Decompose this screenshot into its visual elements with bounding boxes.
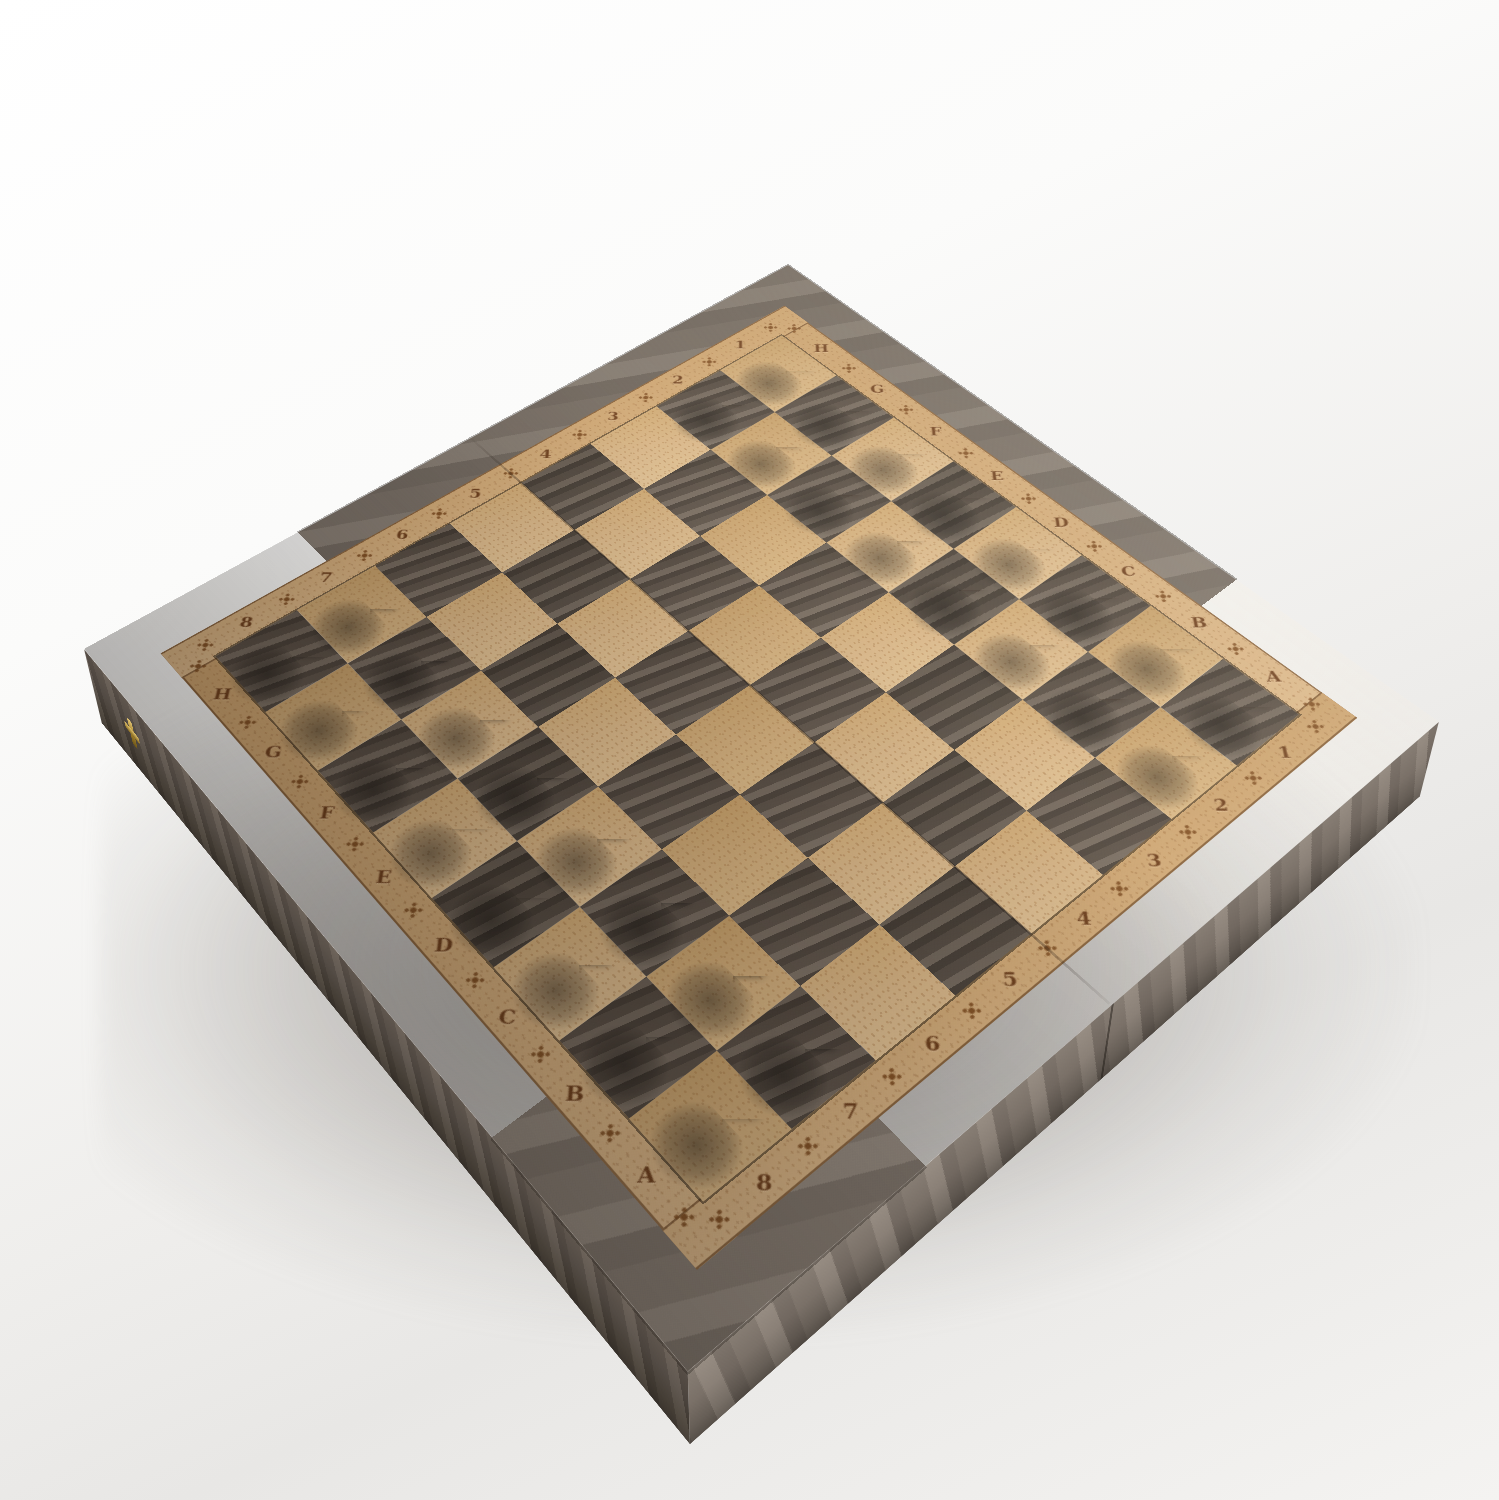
rosette-ornament (503, 468, 519, 478)
pawn-glyph: ♟ (743, 383, 808, 456)
rosette-ornament (702, 357, 716, 366)
rank-label-right: 2 (672, 373, 684, 385)
file-label-bottom: F (929, 425, 942, 438)
rank-label-right: 3 (607, 409, 620, 422)
rosette-ornament (1154, 591, 1172, 602)
rosette-ornament (787, 324, 801, 333)
file-label-bottom: D (1052, 515, 1069, 529)
rosette-ornament (431, 508, 447, 518)
rank-label-right: 6 (395, 527, 410, 542)
rosette-ornament (1086, 541, 1103, 552)
file-label-bottom: C (1120, 563, 1137, 578)
scene: ♜♞♝♛♚♝♞♜♟♟♟♟♟♟♟♟♟♟♟♟♟♟♟♟♜♞♝♛♚♝♞♜ AA88BB7… (0, 0, 1499, 1500)
squares-grid: ♜♞♝♛♚♝♞♜♟♟♟♟♟♟♟♟♟♟♟♟♟♟♟♟♜♞♝♛♚♝♞♜ (215, 336, 1299, 1202)
rosette-ornament (356, 550, 373, 561)
pawn-glyph: ♟ (1134, 681, 1210, 766)
file-label-bottom: H (813, 342, 829, 354)
rosette-ornament (639, 393, 653, 402)
rosette-ornament (1021, 494, 1037, 504)
rank-label-right: 5 (468, 486, 482, 500)
rank-label-right: 4 (539, 447, 552, 460)
rosette-ornament (196, 639, 215, 651)
pawn-glyph: ♟ (1062, 626, 1136, 709)
pawn-glyph: ♟ (993, 574, 1065, 654)
rosette-ornament (278, 594, 296, 605)
board-surface: ♜♞♝♛♚♝♞♜♟♟♟♟♟♟♟♟♟♟♟♟♟♟♟♟♜♞♝♛♚♝♞♜ AA88BB7… (84, 265, 1439, 1371)
file-label-bottom: E (989, 469, 1004, 483)
photo-background: ♜♞♝♛♚♝♞♜♟♟♟♟♟♟♟♟♟♟♟♟♟♟♟♟♜♞♝♛♚♝♞♜ AA88BB7… (0, 0, 1499, 1500)
rosette-ornament (572, 430, 587, 440)
rosette-ornament (189, 660, 208, 672)
rosette-ornament (764, 323, 777, 332)
pawn-glyph: ♟ (924, 521, 994, 599)
rosette-ornament (899, 405, 914, 414)
pawn-glyph: ♟ (862, 474, 931, 551)
rook-glyph: ♜ (668, 1014, 776, 1134)
pawn-glyph: ♟ (803, 429, 870, 504)
file-label-bottom: G (870, 382, 885, 395)
rosette-ornament (958, 448, 973, 458)
chess-board: ♜♞♝♛♚♝♞♜♟♟♟♟♟♟♟♟♟♟♟♟♟♟♟♟♜♞♝♛♚♝♞♜ AA88BB7… (84, 265, 1439, 1371)
rosette-ornament (842, 364, 856, 373)
brass-clasp (122, 711, 143, 755)
rank-label-right: 1 (735, 338, 746, 350)
